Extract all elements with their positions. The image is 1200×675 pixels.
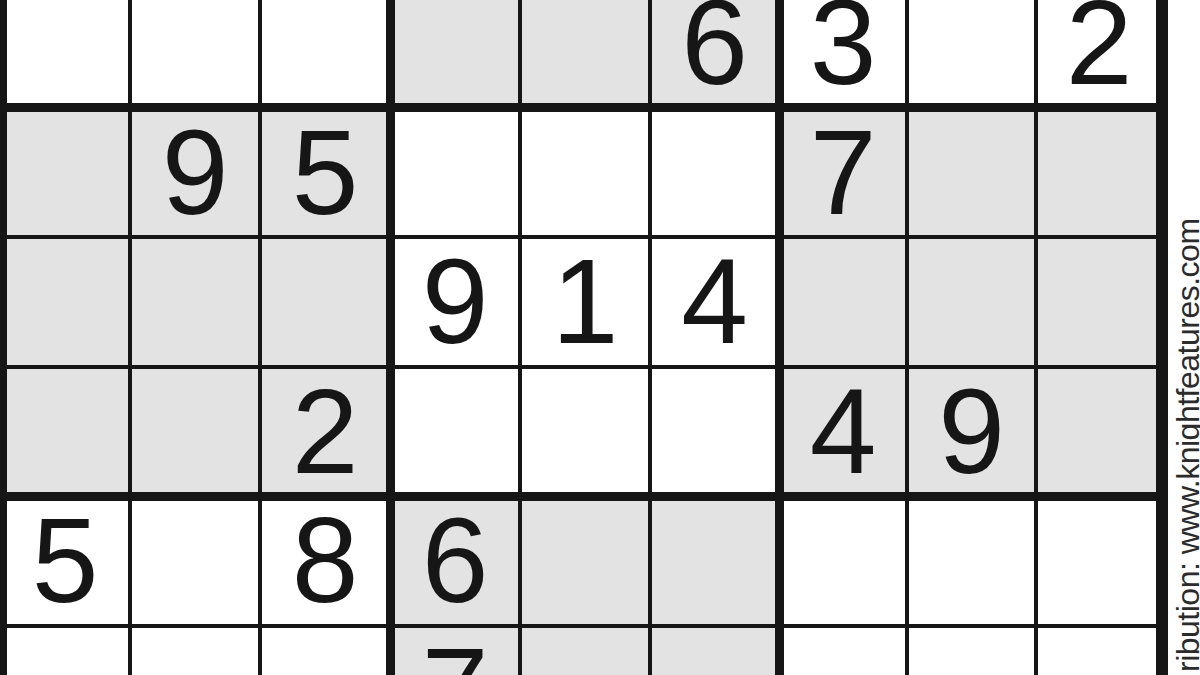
cell-r6c7: 4 [779,367,907,497]
cell-r6c6 [650,367,779,497]
cell-r5c6: 4 [650,237,779,367]
cell-r5c7 [779,237,907,367]
cell-r4c8 [907,108,1036,238]
cell-r6c5 [520,367,650,497]
cell-r6c9 [1036,367,1162,497]
cell-r4c1 [0,108,130,238]
cell-r3c7: 3 [779,0,907,108]
cell-r3c1 [0,0,130,108]
cell-r8c9 [1036,626,1162,675]
cell-r4c6 [650,108,779,238]
cell-r4c2: 9 [130,108,260,238]
cell-r8c4: 7 [390,626,520,675]
cell-r5c3 [260,237,390,367]
cell-r8c1 [0,626,130,675]
cell-r4c4 [390,108,520,238]
cell-r7c3: 8 [260,496,390,626]
cell-r6c8: 9 [907,367,1036,497]
cell-r3c2 [130,0,260,108]
cell-r5c9 [1036,237,1162,367]
cell-r8c7 [779,626,907,675]
cell-r5c4: 9 [390,237,520,367]
cell-r8c2 [130,626,260,675]
cell-r4c7: 7 [779,108,907,238]
cell-r8c3 [260,626,390,675]
cell-r8c6 [650,626,779,675]
cell-r7c6 [650,496,779,626]
cell-r3c8 [907,0,1036,108]
cell-r4c9 [1036,108,1162,238]
cell-r3c6: 6 [650,0,779,108]
cell-r3c9: 2 [1036,0,1162,108]
cell-r7c9 [1036,496,1162,626]
cell-r5c8 [907,237,1036,367]
cell-r8c8 [907,626,1036,675]
cell-r7c4: 6 [390,496,520,626]
cell-r3c5 [520,0,650,108]
cell-r3c4 [390,0,520,108]
cell-r6c2 [130,367,260,497]
cell-r4c3: 5 [260,108,390,238]
cell-r7c5 [520,496,650,626]
cell-r4c5 [520,108,650,238]
cell-r3c3 [260,0,390,108]
distribution-credit: ribution: www.knightfeatures.com [1170,218,1200,672]
sudoku-puzzle-image: 6329579142495867 ribution: www.knightfea… [0,0,1200,675]
cell-r5c5: 1 [520,237,650,367]
cell-r8c5 [520,626,650,675]
sudoku-board: 6329579142495867 [0,0,1162,675]
cell-r6c4 [390,367,520,497]
cell-r7c1: 5 [0,496,130,626]
cell-r7c2 [130,496,260,626]
cell-r6c1 [0,367,130,497]
cell-r6c3: 2 [260,367,390,497]
cell-r7c8 [907,496,1036,626]
cell-r5c2 [130,237,260,367]
cell-r7c7 [779,496,907,626]
cell-r5c1 [0,237,130,367]
